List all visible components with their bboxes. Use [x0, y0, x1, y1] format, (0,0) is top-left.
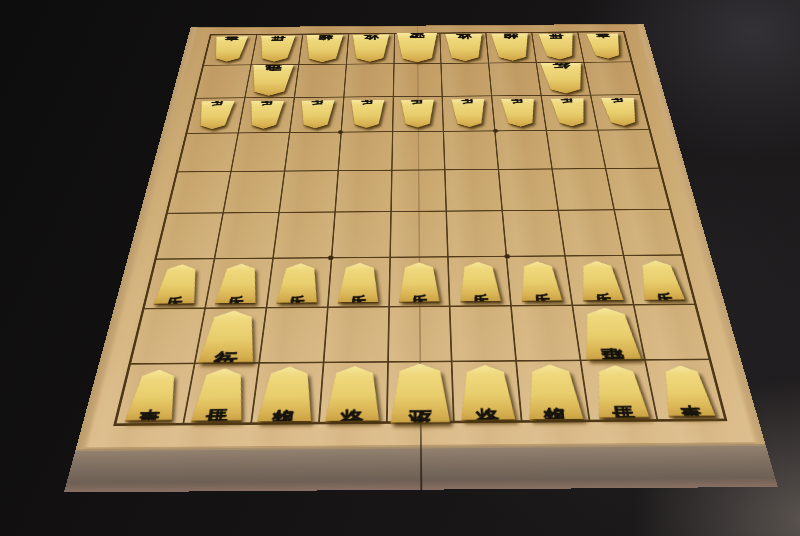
piece-knight[interactable]: 桂馬 [181, 364, 257, 426]
piece-knight[interactable]: 桂馬 [532, 31, 584, 62]
piece-silver[interactable]: 銀将 [486, 32, 537, 63]
piece-kanji: 歩兵 [349, 100, 384, 128]
piece-kanji: 歩兵 [401, 99, 436, 127]
piece-kanji: 金将 [350, 34, 389, 61]
piece-kanji: 銀将 [491, 33, 532, 60]
piece-kanji: 飛車 [578, 307, 642, 359]
piece-lance[interactable]: 香車 [202, 34, 256, 65]
piece-kanji: 歩兵 [601, 98, 642, 126]
piece-kanji: 玉将 [396, 33, 438, 63]
piece-kanji: 歩兵 [577, 261, 625, 301]
piece-kanji: 王将 [390, 363, 451, 422]
piece-gold[interactable]: 金将 [318, 363, 388, 425]
piece-pawn[interactable]: 歩兵 [542, 95, 599, 131]
piece-silver[interactable]: 銀将 [517, 361, 591, 423]
piece-kanji: 歩兵 [195, 101, 235, 129]
piece-kanji: 銀将 [257, 366, 316, 421]
piece-kanji: 桂馬 [256, 36, 296, 62]
piece-pawn[interactable]: 歩兵 [265, 258, 331, 309]
piece-pawn[interactable]: 歩兵 [392, 96, 444, 132]
piece-silver[interactable]: 銀将 [250, 363, 323, 425]
piece-knight[interactable]: 桂馬 [250, 34, 302, 65]
piece-gold[interactable]: 金将 [440, 32, 489, 63]
piece-kanji: 香車 [586, 34, 625, 59]
piece-kanji: 金将 [445, 34, 485, 61]
piece-kanji: 香車 [210, 37, 248, 62]
piece-kanji: 歩兵 [517, 261, 562, 301]
piece-lance[interactable]: 香車 [647, 360, 728, 421]
piece-pawn[interactable]: 歩兵 [389, 257, 451, 308]
piece-lance[interactable]: 香車 [113, 364, 193, 426]
piece-rook[interactable]: 飛車 [244, 64, 298, 97]
piece-kanji: 飛車 [248, 65, 295, 96]
piece-kanji: 香車 [657, 365, 715, 416]
piece-silver[interactable]: 銀将 [298, 33, 348, 64]
piece-pawn[interactable]: 歩兵 [327, 257, 390, 308]
piece-bishop[interactable]: 角行 [537, 62, 592, 95]
piece-pawn[interactable]: 歩兵 [448, 257, 511, 308]
piece-kanji: 歩兵 [276, 263, 321, 303]
piece-kanji: 歩兵 [337, 263, 379, 303]
piece-rook[interactable]: 飛車 [574, 306, 647, 362]
piece-kanji: 歩兵 [399, 262, 440, 302]
piece-king_sente[interactable]: 王将 [386, 362, 454, 424]
piece-kanji: 歩兵 [451, 99, 487, 127]
piece-kanji: 歩兵 [458, 262, 501, 302]
piece-kanji: 銀将 [303, 35, 344, 62]
shogi-board: 香車桂馬銀将金将玉将金将銀将桂馬香車飛車角行歩兵歩兵歩兵歩兵歩兵歩兵歩兵歩兵歩兵… [76, 24, 766, 450]
piece-kanji: 銀将 [524, 364, 584, 419]
piece-kanji: 桂馬 [590, 365, 649, 417]
piece-kanji: 金将 [325, 366, 381, 421]
piece-pawn[interactable]: 歩兵 [289, 96, 343, 132]
piece-pawn[interactable]: 歩兵 [340, 96, 392, 132]
piece-pawn[interactable]: 歩兵 [142, 259, 213, 310]
piece-kanji: 香車 [125, 369, 183, 420]
piece-bishop[interactable]: 角行 [193, 309, 265, 365]
piece-kanji: 桂馬 [191, 368, 250, 421]
piece-pawn[interactable]: 歩兵 [507, 256, 573, 307]
piece-kanji: 歩兵 [636, 260, 686, 300]
piece-gold[interactable]: 金将 [452, 362, 522, 424]
piece-kanji: 角行 [198, 310, 261, 362]
piece-pawn[interactable]: 歩兵 [492, 95, 547, 131]
piece-pawn[interactable]: 歩兵 [625, 255, 697, 305]
piece-king_gote[interactable]: 玉将 [394, 32, 442, 63]
piece-kanji: 桂馬 [538, 34, 578, 60]
piece-kanji: 歩兵 [298, 100, 335, 128]
piece-kanji: 歩兵 [246, 101, 285, 129]
piece-pawn[interactable]: 歩兵 [443, 95, 496, 131]
piece-pawn[interactable]: 歩兵 [566, 256, 635, 306]
piece-kanji: 歩兵 [551, 98, 590, 126]
piece-pawn[interactable]: 歩兵 [185, 97, 243, 133]
piece-lance[interactable]: 香車 [579, 31, 633, 62]
piece-gold[interactable]: 金将 [346, 33, 394, 64]
photo-background: 香車桂馬銀将金将玉将金将銀将桂馬香車飛車角行歩兵歩兵歩兵歩兵歩兵歩兵歩兵歩兵歩兵… [0, 0, 800, 536]
piece-kanji: 歩兵 [153, 264, 202, 304]
piece-pawn[interactable]: 歩兵 [204, 258, 272, 309]
piece-kanji: 角行 [540, 63, 587, 94]
pieces-layer: 香車桂馬銀将金将玉将金将銀将桂馬香車飛車角行歩兵歩兵歩兵歩兵歩兵歩兵歩兵歩兵歩兵… [113, 31, 727, 426]
piece-kanji: 金将 [459, 365, 516, 420]
piece-pawn[interactable]: 歩兵 [592, 94, 651, 130]
piece-pawn[interactable]: 歩兵 [237, 97, 293, 133]
piece-kanji: 歩兵 [501, 99, 538, 127]
piece-kanji: 歩兵 [215, 264, 262, 304]
